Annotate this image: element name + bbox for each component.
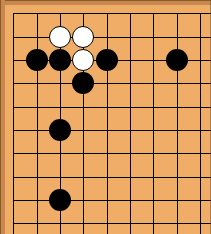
- black-stone: [49, 49, 71, 71]
- white-stone: [49, 26, 71, 48]
- board-frame-left: [0, 0, 5, 234]
- black-stone: [26, 49, 48, 71]
- cut-edge-right: [210, 0, 211, 234]
- black-stone: [166, 49, 188, 71]
- white-stone: [72, 49, 94, 71]
- board-frame-top: [0, 0, 211, 5]
- go-board: [0, 0, 211, 234]
- white-stone: [72, 26, 94, 48]
- black-stone: [49, 189, 71, 211]
- black-stone: [49, 119, 71, 141]
- black-stone: [96, 49, 118, 71]
- black-stone: [72, 72, 94, 94]
- stones-layer: [0, 0, 211, 234]
